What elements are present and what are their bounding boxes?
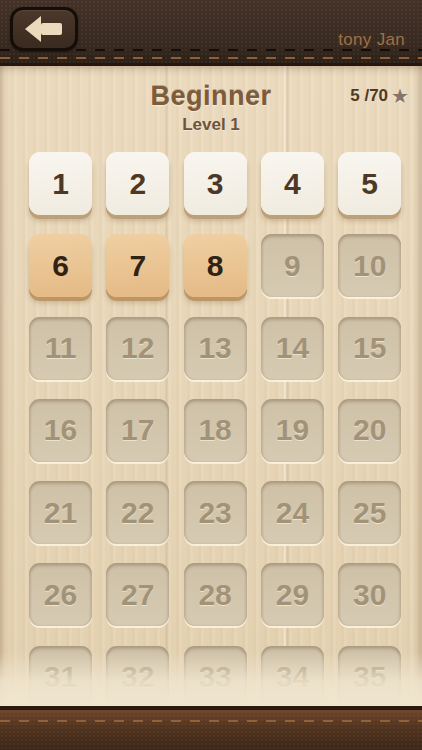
level-button-8[interactable]: 8 [184, 234, 247, 297]
level-button-12: 12 [106, 317, 169, 380]
level-button-5[interactable]: 5 [338, 152, 401, 215]
level-button-10: 10 [338, 234, 401, 297]
level-button-25: 25 [338, 481, 401, 544]
level-button-1[interactable]: 1 [29, 152, 92, 215]
level-button-2[interactable]: 2 [106, 152, 169, 215]
header-stitch-light [0, 57, 422, 59]
level-button-26: 26 [29, 563, 92, 626]
level-button-19: 19 [261, 399, 324, 462]
level-button-31: 31 [29, 646, 92, 706]
footer-stitch-light [0, 720, 422, 722]
level-button-3[interactable]: 3 [184, 152, 247, 215]
level-button-23: 23 [184, 481, 247, 544]
level-button-35: 35 [338, 646, 401, 706]
level-button-20: 20 [338, 399, 401, 462]
back-arrow-icon [41, 23, 62, 35]
star-count: 5 /70 [350, 86, 388, 106]
screen: tony Jan Beginner 5 /70 ★ Level 1 123456… [0, 0, 422, 750]
level-button-16: 16 [29, 399, 92, 462]
level-button-14: 14 [261, 317, 324, 380]
back-button[interactable] [10, 7, 78, 51]
levels-grid: 1234567891011121314151617181920212223242… [29, 152, 401, 706]
level-button-9: 9 [261, 234, 324, 297]
level-button-32: 32 [106, 646, 169, 706]
footer [0, 706, 422, 750]
star-icon: ★ [391, 84, 409, 108]
level-button-33: 33 [184, 646, 247, 706]
header-stitch-dark [0, 49, 422, 51]
level-button-18: 18 [184, 399, 247, 462]
username: tony Jan [338, 30, 405, 50]
header: tony Jan [0, 0, 422, 66]
level-button-17: 17 [106, 399, 169, 462]
title-row: Beginner 5 /70 ★ [0, 81, 422, 111]
level-button-7[interactable]: 7 [106, 234, 169, 297]
level-button-22: 22 [106, 481, 169, 544]
star-counter: 5 /70 ★ [350, 84, 409, 108]
level-button-4[interactable]: 4 [261, 152, 324, 215]
level-button-29: 29 [261, 563, 324, 626]
level-button-28: 28 [184, 563, 247, 626]
level-select-panel: Beginner 5 /70 ★ Level 1 123456789101112… [0, 66, 422, 706]
level-button-30: 30 [338, 563, 401, 626]
level-button-27: 27 [106, 563, 169, 626]
level-button-15: 15 [338, 317, 401, 380]
level-button-21: 21 [29, 481, 92, 544]
level-button-6[interactable]: 6 [29, 234, 92, 297]
level-button-13: 13 [184, 317, 247, 380]
level-button-24: 24 [261, 481, 324, 544]
current-level-label: Level 1 [0, 115, 422, 135]
level-button-34: 34 [261, 646, 324, 706]
level-button-11: 11 [29, 317, 92, 380]
